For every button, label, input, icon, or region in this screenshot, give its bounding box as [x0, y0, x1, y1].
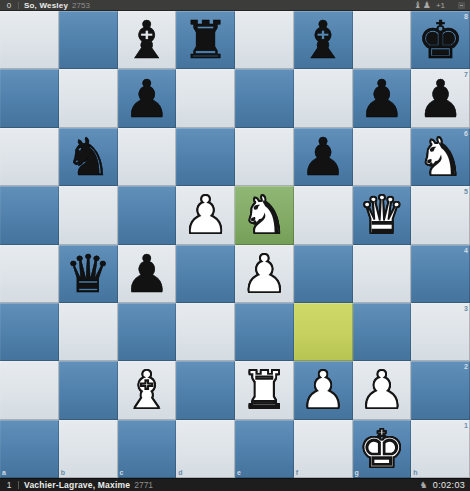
square-b5[interactable] [59, 186, 118, 244]
square-h1[interactable]: h1 [411, 420, 470, 478]
piece-white-pawn[interactable]: ♟ [300, 364, 347, 416]
square-c8[interactable]: ♝ [118, 11, 177, 69]
square-c7[interactable]: ♟ [118, 69, 177, 127]
square-f2[interactable]: ♟ [294, 361, 353, 419]
rank-label-5: 5 [464, 188, 468, 195]
square-a2[interactable] [0, 361, 59, 419]
square-e6[interactable] [235, 128, 294, 186]
square-b1[interactable]: b [59, 420, 118, 478]
file-label-b: b [61, 469, 65, 476]
top-player-rating: 2753 [72, 1, 90, 10]
chess-board: ♝♜♝8♚♟♟7♟♞♟6♞♟♞♛5♛♟♟43♝♜♟♟2abcdefg♚h1 [0, 11, 470, 478]
piece-black-knight[interactable]: ♞ [65, 131, 112, 183]
square-h7[interactable]: 7♟ [411, 69, 470, 127]
square-c6[interactable] [118, 128, 177, 186]
square-e8[interactable] [235, 11, 294, 69]
square-b2[interactable] [59, 361, 118, 419]
square-d7[interactable] [176, 69, 235, 127]
rank-label-8: 8 [464, 13, 468, 20]
square-d5[interactable]: ♟ [176, 186, 235, 244]
rank-label-6: 6 [464, 130, 468, 137]
chess-app: 0 So, Wesley 2753 ♝♟ +1 ♝♜♝8♚♟♟7♟♞♟6♞♟♞♛… [0, 0, 470, 491]
square-a1[interactable]: a [0, 420, 59, 478]
bottom-player-name: Vachier-Lagrave, Maxime [24, 480, 130, 490]
square-g8[interactable] [353, 11, 412, 69]
bottom-player-rating: 2771 [134, 480, 153, 490]
square-a6[interactable] [0, 128, 59, 186]
piece-black-bishop[interactable]: ♝ [124, 14, 171, 66]
square-b8[interactable] [59, 11, 118, 69]
square-h8[interactable]: 8♚ [411, 11, 470, 69]
square-g2[interactable]: ♟ [353, 361, 412, 419]
square-g5[interactable]: ♛ [353, 186, 412, 244]
square-h6[interactable]: 6♞ [411, 128, 470, 186]
square-f3[interactable] [294, 303, 353, 361]
square-e3[interactable] [235, 303, 294, 361]
piece-black-pawn[interactable]: ♟ [417, 73, 464, 125]
square-e2[interactable]: ♜ [235, 361, 294, 419]
top-player-name: So, Wesley [24, 1, 68, 10]
square-d8[interactable]: ♜ [176, 11, 235, 69]
file-label-c: c [120, 469, 124, 476]
piece-black-king[interactable]: ♚ [417, 14, 464, 66]
bottom-player-bar: 1 Vachier-Lagrave, Maxime 2771 ♞ 0:02:03 [0, 478, 470, 491]
piece-black-pawn[interactable]: ♟ [124, 73, 171, 125]
square-f6[interactable]: ♟ [294, 128, 353, 186]
square-e5[interactable]: ♞ [235, 186, 294, 244]
rank-label-2: 2 [464, 363, 468, 370]
square-f8[interactable]: ♝ [294, 11, 353, 69]
square-a8[interactable] [0, 11, 59, 69]
square-b3[interactable] [59, 303, 118, 361]
square-c1[interactable]: c [118, 420, 177, 478]
piece-white-pawn[interactable]: ♟ [241, 248, 288, 300]
square-f7[interactable] [294, 69, 353, 127]
top-player-bar: 0 So, Wesley 2753 ♝♟ +1 [0, 0, 470, 11]
material-advantage: +1 [436, 1, 445, 10]
square-e1[interactable]: e [235, 420, 294, 478]
square-c2[interactable]: ♝ [118, 361, 177, 419]
square-b6[interactable]: ♞ [59, 128, 118, 186]
captured-pieces-icons: ♝♟ [414, 1, 432, 10]
square-f1[interactable]: f [294, 420, 353, 478]
square-e7[interactable] [235, 69, 294, 127]
piece-black-pawn[interactable]: ♟ [300, 131, 347, 183]
file-label-f: f [296, 469, 298, 476]
piece-black-pawn[interactable]: ♟ [124, 248, 171, 300]
square-a7[interactable] [0, 69, 59, 127]
rank-label-1: 1 [464, 422, 468, 429]
square-h3[interactable]: 3 [411, 303, 470, 361]
piece-white-king[interactable]: ♚ [359, 423, 406, 475]
square-c5[interactable] [118, 186, 177, 244]
captured-pieces-icons: ♞ [420, 481, 429, 490]
menu-icon[interactable] [458, 2, 465, 9]
piece-white-knight[interactable]: ♞ [241, 189, 288, 241]
square-g3[interactable] [353, 303, 412, 361]
square-h4[interactable]: 4 [411, 245, 470, 303]
square-b7[interactable] [59, 69, 118, 127]
square-g1[interactable]: g♚ [353, 420, 412, 478]
square-d4[interactable] [176, 245, 235, 303]
file-label-h: h [413, 469, 417, 476]
square-c4[interactable]: ♟ [118, 245, 177, 303]
rank-label-4: 4 [464, 247, 468, 254]
file-label-a: a [2, 469, 6, 476]
square-d6[interactable] [176, 128, 235, 186]
square-h2[interactable]: 2 [411, 361, 470, 419]
piece-black-pawn[interactable]: ♟ [359, 73, 406, 125]
rank-label-7: 7 [464, 71, 468, 78]
square-f5[interactable] [294, 186, 353, 244]
square-g4[interactable] [353, 245, 412, 303]
piece-black-bishop[interactable]: ♝ [300, 14, 347, 66]
square-b4[interactable]: ♛ [59, 245, 118, 303]
square-d1[interactable]: d [176, 420, 235, 478]
piece-black-queen[interactable]: ♛ [65, 248, 112, 300]
square-a4[interactable] [0, 245, 59, 303]
square-c3[interactable] [118, 303, 177, 361]
square-a5[interactable] [0, 186, 59, 244]
player-clock: 0:02:03 [433, 480, 465, 490]
piece-white-knight[interactable]: ♞ [417, 131, 464, 183]
piece-white-bishop[interactable]: ♝ [124, 364, 171, 416]
top-player-score: 0 [5, 1, 13, 10]
piece-white-queen[interactable]: ♛ [359, 189, 406, 241]
piece-white-pawn[interactable]: ♟ [359, 364, 406, 416]
square-d2[interactable] [176, 361, 235, 419]
rank-label-3: 3 [464, 305, 468, 312]
bottom-player-score: 1 [5, 480, 13, 490]
square-d3[interactable] [176, 303, 235, 361]
square-a3[interactable] [0, 303, 59, 361]
square-g7[interactable]: ♟ [353, 69, 412, 127]
piece-white-pawn[interactable]: ♟ [182, 189, 229, 241]
file-label-g: g [355, 469, 359, 476]
file-label-d: d [178, 469, 182, 476]
piece-white-rook[interactable]: ♜ [241, 364, 288, 416]
separator [18, 2, 19, 9]
square-g6[interactable] [353, 128, 412, 186]
piece-black-rook[interactable]: ♜ [182, 14, 229, 66]
file-label-e: e [237, 469, 241, 476]
separator [18, 481, 19, 489]
square-f4[interactable] [294, 245, 353, 303]
square-h5[interactable]: 5 [411, 186, 470, 244]
square-e4[interactable]: ♟ [235, 245, 294, 303]
